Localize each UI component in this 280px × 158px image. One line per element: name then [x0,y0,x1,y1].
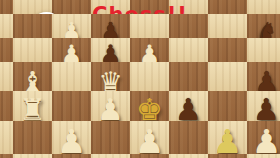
board-square[interactable]: ♟ [247,121,280,154]
board-square[interactable]: ♟ [208,121,247,154]
board-square[interactable] [247,38,280,62]
board-square[interactable]: ♜ [13,91,52,121]
board-square[interactable] [0,62,13,91]
board-square[interactable]: ♚ [130,91,169,121]
board-square[interactable] [208,14,247,38]
board-square[interactable] [0,121,13,154]
board-square[interactable]: ♟ [52,14,91,38]
board-square[interactable] [247,154,280,158]
board-square[interactable] [0,91,13,121]
board-square[interactable]: ♞ [247,14,280,38]
board-square[interactable] [0,154,13,158]
board-square[interactable] [0,38,13,62]
board-square[interactable] [169,38,208,62]
board-square[interactable]: ♟ [130,38,169,62]
chess-board[interactable]: ♟♟♞♟♟♟♝♛♟♜♟♚♟♟♟♟♟♟ [0,0,280,158]
board-square[interactable] [208,62,247,91]
board-square[interactable] [130,62,169,91]
board-square[interactable] [52,62,91,91]
board-square[interactable]: ♝ [13,62,52,91]
board-square[interactable] [169,62,208,91]
chess-app-screen: ♟♟♞♟♟♟♝♛♟♜♟♚♟♟♟♟♟♟ ⬅ Chess!! [0,0,280,158]
board-square[interactable] [13,154,52,158]
board-square[interactable] [13,121,52,154]
board-square[interactable] [13,14,52,38]
board-square[interactable] [208,154,247,158]
board-square[interactable]: ♟ [91,91,130,121]
board-square[interactable]: ♟ [91,14,130,38]
board-square[interactable] [169,154,208,158]
board-square[interactable]: ♟ [247,91,280,121]
board-square[interactable]: ♟ [91,38,130,62]
board-square[interactable]: ♟ [169,91,208,121]
board-square[interactable] [130,154,169,158]
board-square[interactable]: ♟ [52,121,91,154]
board-square[interactable] [52,154,91,158]
board-square[interactable] [13,38,52,62]
board-square[interactable] [91,154,130,158]
board-square[interactable] [52,91,91,121]
board-square[interactable]: ♟ [247,62,280,91]
board-square[interactable] [208,91,247,121]
board-square[interactable]: ♟ [52,38,91,62]
board-square[interactable] [130,14,169,38]
board-square[interactable] [169,121,208,154]
board-square[interactable] [0,14,13,38]
board-square[interactable] [208,38,247,62]
board-square[interactable]: ♟ [130,121,169,154]
board-square[interactable] [169,14,208,38]
board-square[interactable]: ♛ [91,62,130,91]
board-square[interactable] [91,121,130,154]
